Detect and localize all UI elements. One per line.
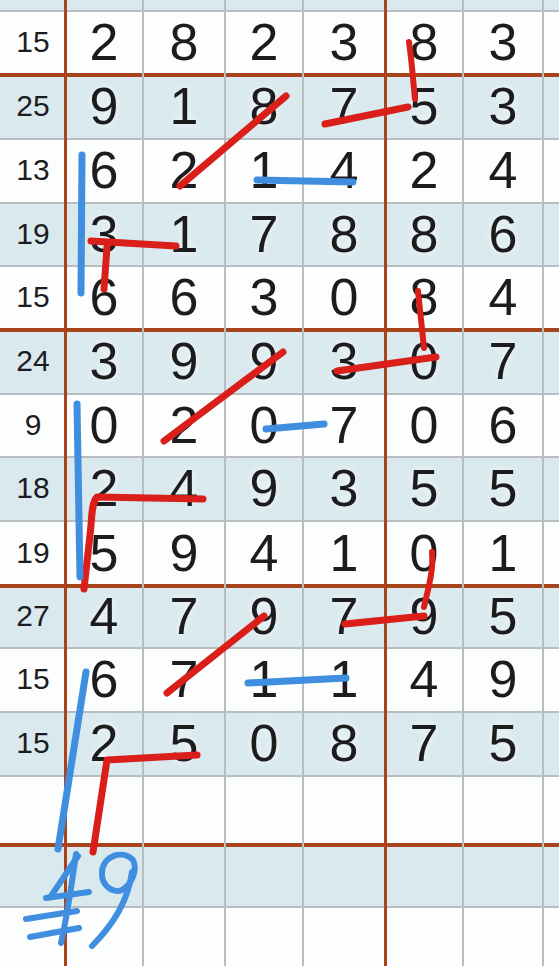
digit-cell: 5: [90, 526, 119, 578]
digit-cell: 6: [489, 207, 518, 259]
grid-line-vertical: [142, 0, 144, 966]
digit-cell: 9: [250, 335, 279, 387]
grid-row: [0, 521, 559, 586]
row-sum-label: 9: [25, 410, 42, 440]
grid-row: [0, 648, 559, 712]
digit-cell: 6: [489, 398, 518, 450]
digit-cell: 5: [410, 80, 439, 132]
digit-cell: 5: [170, 717, 199, 769]
row-sum-label: 27: [16, 601, 49, 631]
digit-cell: 7: [330, 590, 359, 642]
digit-cell: 0: [410, 398, 439, 450]
digit-cell: 9: [489, 653, 518, 705]
digit-cell: 2: [410, 144, 439, 196]
digit-cell: 8: [410, 16, 439, 68]
grid-row: [0, 75, 559, 139]
digit-cell: 4: [250, 526, 279, 578]
digit-cell: 5: [489, 462, 518, 514]
digit-cell: 4: [170, 462, 199, 514]
digit-cell: 7: [410, 717, 439, 769]
digit-cell: 4: [330, 144, 359, 196]
digit-cell: 6: [170, 271, 199, 323]
column-separator-line: [64, 0, 67, 966]
group-separator-line: [0, 843, 559, 847]
grid-row: [0, 712, 559, 776]
digit-cell: 3: [90, 335, 119, 387]
digit-cell: 7: [330, 80, 359, 132]
grid-line-horizontal: [0, 10, 559, 12]
digit-cell: 5: [489, 717, 518, 769]
digit-cell: 4: [90, 590, 119, 642]
digit-cell: 8: [330, 207, 359, 259]
digit-cell: 7: [489, 335, 518, 387]
grid-row: [0, 11, 559, 75]
digit-cell: 3: [90, 207, 119, 259]
digit-cell: 1: [250, 144, 279, 196]
digit-cell: 3: [489, 16, 518, 68]
row-sum-label: 25: [16, 91, 49, 121]
grid-row: [0, 776, 559, 845]
digit-cell: 8: [410, 207, 439, 259]
digit-cell: 3: [489, 80, 518, 132]
digit-cell: 8: [330, 717, 359, 769]
digit-cell: 7: [170, 653, 199, 705]
digit-cell: 2: [170, 398, 199, 450]
digit-cell: 3: [330, 335, 359, 387]
digit-cell: 9: [170, 335, 199, 387]
grid-row: [0, 139, 559, 203]
grid-line-horizontal: [0, 393, 559, 395]
digit-cell: 0: [410, 526, 439, 578]
digit-cell: 3: [250, 271, 279, 323]
grid-row: [0, 203, 559, 266]
digit-cell: 6: [90, 271, 119, 323]
digit-cell: 9: [250, 590, 279, 642]
row-sum-label: 19: [16, 219, 49, 249]
digit-cell: 2: [90, 717, 119, 769]
row-sum-label: 15: [16, 27, 49, 57]
digit-cell: 1: [170, 207, 199, 259]
digit-cell: 5: [489, 590, 518, 642]
grid-row: [0, 457, 559, 521]
grid-line-horizontal: [0, 138, 559, 140]
grid-line-horizontal: [0, 906, 559, 908]
group-separator-line: [0, 584, 559, 588]
digit-cell: 0: [410, 335, 439, 387]
digit-cell: 0: [250, 717, 279, 769]
digit-cell: 8: [410, 271, 439, 323]
row-sum-label: 18: [16, 473, 49, 503]
digit-cell: 6: [90, 144, 119, 196]
grid-line-horizontal: [0, 456, 559, 458]
digit-cell: 2: [250, 16, 279, 68]
grid-line-vertical: [462, 0, 464, 966]
digit-cell: 4: [489, 144, 518, 196]
digit-cell: 5: [410, 462, 439, 514]
grid-row: [0, 845, 559, 907]
digit-cell: 1: [250, 653, 279, 705]
row-sum-label: 15: [16, 282, 49, 312]
digit-cell: 9: [170, 526, 199, 578]
digit-cell: 7: [250, 207, 279, 259]
digit-cell: 2: [170, 144, 199, 196]
digit-cell: 7: [170, 590, 199, 642]
group-separator-line: [0, 328, 559, 332]
digit-cell: 0: [90, 398, 119, 450]
grid-line-vertical: [302, 0, 304, 966]
digit-cell: 1: [489, 526, 518, 578]
grid-row: [0, 907, 559, 966]
digit-cell: 9: [410, 590, 439, 642]
digit-cell: 2: [90, 16, 119, 68]
row-sum-label: 15: [16, 664, 49, 694]
column-separator-line: [384, 0, 387, 966]
digit-cell: 1: [330, 653, 359, 705]
grid-line-vertical: [542, 0, 544, 966]
digit-cell: 9: [250, 462, 279, 514]
grid-row: [0, 266, 559, 330]
digit-cell: 0: [330, 271, 359, 323]
digit-cell: 9: [90, 80, 119, 132]
digit-cell: 6: [90, 653, 119, 705]
digit-cell: 4: [489, 271, 518, 323]
grid-line-horizontal: [0, 711, 559, 713]
digit-cell: 1: [170, 80, 199, 132]
grid-row: [0, 586, 559, 648]
grid-line-vertical: [224, 0, 226, 966]
digit-cell: 8: [250, 80, 279, 132]
digit-cell: 8: [170, 16, 199, 68]
grid-line-horizontal: [0, 202, 559, 204]
digit-cell: 7: [330, 398, 359, 450]
digit-cell: 2: [90, 462, 119, 514]
row-sum-label: 19: [16, 538, 49, 568]
digit-cell: 4: [410, 653, 439, 705]
grid-row: [0, 394, 559, 457]
row-sum-label: 13: [16, 155, 49, 185]
row-sum-label: 15: [16, 728, 49, 758]
digit-cell: 3: [330, 16, 359, 68]
grid-line-horizontal: [0, 265, 559, 267]
group-separator-line: [0, 73, 559, 77]
grid-line-horizontal: [0, 520, 559, 522]
row-sum-label: 24: [16, 346, 49, 376]
grid-row: [0, 330, 559, 394]
grid-line-horizontal: [0, 647, 559, 649]
grid-line-horizontal: [0, 775, 559, 777]
digit-cell: 3: [330, 462, 359, 514]
worksheet-photo: 1528238325918753136214241931788615663084…: [0, 0, 559, 966]
digit-cell: 1: [330, 526, 359, 578]
digit-cell: 0: [250, 398, 279, 450]
